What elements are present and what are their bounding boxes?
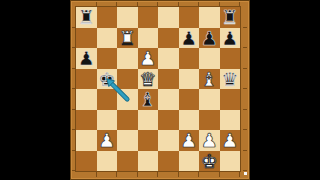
square-d1[interactable] [138,151,159,172]
square-a1[interactable] [76,151,97,172]
piece-black-queen[interactable]: ♛ [221,69,238,89]
piece-white-queen[interactable]: ♛ [139,69,156,89]
square-b5[interactable]: ♚ [97,69,118,90]
square-f5[interactable] [179,69,200,90]
square-e2[interactable] [158,130,179,151]
square-a2[interactable] [76,130,97,151]
square-b8[interactable] [97,7,118,28]
square-b3[interactable] [97,110,118,131]
square-f2[interactable]: ♟ [179,130,200,151]
square-e5[interactable] [158,69,179,90]
square-g1[interactable]: ♚ [199,151,220,172]
square-e3[interactable] [158,110,179,131]
square-h7[interactable]: ♟ [220,28,241,49]
square-h2[interactable]: ♟ [220,130,241,151]
square-a8[interactable]: ♜ [76,7,97,28]
square-b2[interactable]: ♟ [97,130,118,151]
square-d7[interactable] [138,28,159,49]
frame-ticks-left [72,7,75,171]
square-f3[interactable] [179,110,200,131]
square-c3[interactable] [117,110,138,131]
piece-black-rook[interactable]: ♜ [78,7,95,27]
square-h3[interactable] [220,110,241,131]
square-e7[interactable] [158,28,179,49]
square-c4[interactable] [117,89,138,110]
piece-white-bishop[interactable]: ♝ [201,69,218,89]
square-b4[interactable] [97,89,118,110]
square-b7[interactable] [97,28,118,49]
square-f7[interactable]: ♟ [179,28,200,49]
square-f4[interactable] [179,89,200,110]
frame-ticks-bottom [76,172,240,177]
piece-black-pawn[interactable]: ♟ [221,28,238,48]
chess-board[interactable]: ♜♜♜♟♟♟♟♟♚♛♝♛♝♟♟♟♟♚ [70,0,250,180]
square-b1[interactable] [97,151,118,172]
square-d6[interactable]: ♟ [138,48,159,69]
square-e1[interactable] [158,151,179,172]
square-h5[interactable]: ♛ [220,69,241,90]
square-c6[interactable] [117,48,138,69]
square-e8[interactable] [158,7,179,28]
square-a5[interactable] [76,69,97,90]
piece-white-pawn[interactable]: ♟ [139,48,156,68]
piece-white-pawn[interactable]: ♟ [201,130,218,150]
piece-white-rook[interactable]: ♜ [119,28,136,48]
square-g7[interactable]: ♟ [199,28,220,49]
frame-corner-dot [244,172,247,175]
square-b6[interactable] [97,48,118,69]
piece-black-rook[interactable]: ♜ [221,7,238,27]
square-h4[interactable] [220,89,241,110]
square-c7[interactable]: ♜ [117,28,138,49]
square-a6[interactable]: ♟ [76,48,97,69]
piece-black-pawn[interactable]: ♟ [180,28,197,48]
square-a4[interactable] [76,89,97,110]
square-e4[interactable] [158,89,179,110]
square-d4[interactable]: ♝ [138,89,159,110]
screenshot-stage: ♜♜♜♟♟♟♟♟♚♛♝♛♝♟♟♟♟♚ [0,0,320,180]
square-d2[interactable] [138,130,159,151]
square-c2[interactable] [117,130,138,151]
square-a3[interactable] [76,110,97,131]
square-h1[interactable] [220,151,241,172]
piece-white-pawn[interactable]: ♟ [221,130,238,150]
square-g5[interactable]: ♝ [199,69,220,90]
piece-white-pawn[interactable]: ♟ [98,130,115,150]
board-squares: ♜♜♜♟♟♟♟♟♚♛♝♛♝♟♟♟♟♚ [76,7,240,171]
square-c8[interactable] [117,7,138,28]
frame-ticks-right [243,7,247,171]
square-d5[interactable]: ♛ [138,69,159,90]
square-d3[interactable] [138,110,159,131]
square-f8[interactable] [179,7,200,28]
square-g8[interactable] [199,7,220,28]
square-g3[interactable] [199,110,220,131]
square-d8[interactable] [138,7,159,28]
frame-ticks-top [76,2,240,6]
square-f1[interactable] [179,151,200,172]
square-g6[interactable] [199,48,220,69]
piece-black-king[interactable]: ♚ [98,69,115,89]
square-f6[interactable] [179,48,200,69]
square-g2[interactable]: ♟ [199,130,220,151]
square-a7[interactable] [76,28,97,49]
square-g4[interactable] [199,89,220,110]
square-h6[interactable] [220,48,241,69]
square-h8[interactable]: ♜ [220,7,241,28]
piece-black-pawn[interactable]: ♟ [201,28,218,48]
square-e6[interactable] [158,48,179,69]
piece-black-pawn[interactable]: ♟ [78,48,95,68]
square-c5[interactable] [117,69,138,90]
piece-white-king[interactable]: ♚ [201,151,218,171]
piece-black-bishop[interactable]: ♝ [139,89,156,109]
square-c1[interactable] [117,151,138,172]
piece-white-pawn[interactable]: ♟ [180,130,197,150]
